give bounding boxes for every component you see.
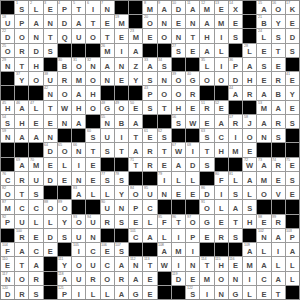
cell-r15c18[interactable]: S	[243, 200, 256, 213]
cell-r9c9[interactable]: B	[115, 115, 128, 128]
cell-r3c4[interactable]: T	[44, 29, 57, 42]
cell-r2c12[interactable]: N	[158, 15, 171, 28]
cell-r17c12[interactable]: L	[158, 229, 171, 242]
cell-r5c3[interactable]: H	[29, 58, 42, 71]
cell-r14c9[interactable]: Y	[115, 186, 128, 199]
cell-r19c16[interactable]: 115H	[215, 257, 228, 270]
cell-r17c20[interactable]: A	[272, 229, 285, 242]
cell-r19c8[interactable]: C	[101, 257, 114, 270]
cell-r4c18[interactable]: 28L	[243, 44, 256, 57]
cell-r21c7[interactable]: L	[86, 286, 99, 299]
cell-r2c11[interactable]: 20O	[143, 15, 156, 28]
cell-r20c3[interactable]: R	[29, 272, 42, 285]
cell-r14c15[interactable]: 86D	[200, 186, 213, 199]
cell-r17c21[interactable]: 103P	[286, 229, 299, 242]
cell-r8c4[interactable]: T	[44, 101, 57, 114]
cell-r16c13[interactable]: 96T	[172, 215, 185, 228]
cell-r20c8[interactable]: O	[101, 272, 114, 285]
cell-r8c13[interactable]: H	[172, 101, 185, 114]
cell-r6c16[interactable]: O	[215, 72, 228, 85]
cell-r17c10[interactable]: 101C	[129, 229, 142, 242]
cell-r17c5[interactable]: S	[58, 229, 71, 242]
cell-r9c5[interactable]: N	[58, 115, 71, 128]
cell-r13c6[interactable]: N	[72, 172, 85, 185]
cell-r5c19[interactable]: S	[257, 58, 270, 71]
cell-r1c20[interactable]: 16O	[272, 1, 285, 14]
cell-r11c15[interactable]: T	[200, 143, 213, 156]
cell-r6c3[interactable]: O	[29, 72, 42, 85]
cell-r14c7[interactable]: L	[86, 186, 99, 199]
cell-r18c19[interactable]: L	[257, 243, 270, 256]
cell-r13c14[interactable]: L	[186, 172, 199, 185]
cell-r17c4[interactable]: D	[44, 229, 57, 242]
cell-r3c8[interactable]: T	[101, 29, 114, 42]
cell-r8c12[interactable]: T	[158, 101, 171, 114]
cell-r7c20[interactable]: B	[272, 86, 285, 99]
cell-r9c4[interactable]: E	[44, 115, 57, 128]
cell-r16c2[interactable]: U	[15, 215, 28, 228]
cell-r7c13[interactable]: O	[172, 86, 185, 99]
cell-r9c16[interactable]: A	[215, 115, 228, 128]
cell-r15c9[interactable]: N	[115, 200, 128, 213]
cell-r11c12[interactable]: T	[158, 143, 171, 156]
cell-r16c17[interactable]: T	[229, 215, 242, 228]
cell-r19c13[interactable]: I	[172, 257, 185, 270]
cell-r1c16[interactable]: 13E	[215, 1, 228, 14]
cell-r14c12[interactable]: N	[158, 186, 171, 199]
cell-r8c11[interactable]: S	[143, 101, 156, 114]
cell-r4c20[interactable]: T	[272, 44, 285, 57]
cell-r13c12[interactable]: 79I	[158, 172, 171, 185]
cell-r21c11[interactable]: E	[143, 286, 156, 299]
cell-r14c6[interactable]: 83A	[72, 186, 85, 199]
cell-r4c16[interactable]: L	[215, 44, 228, 57]
cell-r1c21[interactable]: 17K	[286, 1, 299, 14]
cell-r1c14[interactable]: 11A	[186, 1, 199, 14]
cell-r14c2[interactable]: T	[15, 186, 28, 199]
cell-r18c13[interactable]: M	[172, 243, 185, 256]
cell-r10c8[interactable]: U	[101, 129, 114, 142]
cell-r6c15[interactable]: O	[200, 72, 213, 85]
cell-r19c14[interactable]: N	[186, 257, 199, 270]
cell-r6c4[interactable]: 38U	[44, 72, 57, 85]
cell-r7c5[interactable]: O	[58, 86, 71, 99]
cell-r19c6[interactable]: O	[72, 257, 85, 270]
cell-r6c9[interactable]: E	[115, 72, 128, 85]
cell-r6c20[interactable]: R	[272, 72, 285, 85]
cell-r21c8[interactable]: L	[101, 286, 114, 299]
cell-r21c17[interactable]: G	[229, 286, 242, 299]
cell-r5c9[interactable]: N	[115, 58, 128, 71]
cell-r2c20[interactable]: Y	[272, 15, 285, 28]
cell-r19c11[interactable]: 113T	[143, 257, 156, 270]
cell-r20c18[interactable]: I	[243, 272, 256, 285]
cell-r11c8[interactable]: S	[101, 143, 114, 156]
cell-r13c3[interactable]: U	[29, 172, 42, 185]
cell-r14c16[interactable]: I	[215, 186, 228, 199]
cell-r7c4[interactable]: 42N	[44, 86, 57, 99]
cell-r6c21[interactable]: 41E	[286, 72, 299, 85]
cell-r16c10[interactable]: E	[129, 215, 142, 228]
cell-r18c14[interactable]: I	[186, 243, 199, 256]
cell-r5c5[interactable]: 30B	[58, 58, 71, 71]
cell-r14c17[interactable]: S	[229, 186, 242, 199]
cell-r11c5[interactable]: 65O	[58, 143, 71, 156]
cell-r3c14[interactable]: T	[186, 29, 199, 42]
cell-r6c11[interactable]: S	[143, 72, 156, 85]
cell-r21c9[interactable]: A	[115, 286, 128, 299]
cell-r8c9[interactable]: 49O	[115, 101, 128, 114]
cell-r11c9[interactable]: T	[115, 143, 128, 156]
cell-r17c11[interactable]: A	[143, 229, 156, 242]
cell-r2c1[interactable]: 18U	[1, 15, 14, 28]
cell-r2c7[interactable]: T	[86, 15, 99, 28]
cell-r14c10[interactable]: 84O	[129, 186, 142, 199]
cell-r3c5[interactable]: Q	[58, 29, 71, 42]
cell-r17c3[interactable]: E	[29, 229, 42, 242]
cell-r1c5[interactable]: 4P	[58, 1, 71, 14]
cell-r18c21[interactable]: A	[286, 243, 299, 256]
cell-r2c21[interactable]: E	[286, 15, 299, 28]
cell-r9c2[interactable]: H	[15, 115, 28, 128]
cell-r6c2[interactable]: 37Y	[15, 72, 28, 85]
cell-r13c2[interactable]: R	[15, 172, 28, 185]
cell-r4c15[interactable]: A	[200, 44, 213, 57]
cell-r6c6[interactable]: M	[72, 72, 85, 85]
cell-r12c11[interactable]: R	[143, 158, 156, 171]
cell-r4c8[interactable]: 26M	[101, 44, 114, 57]
cell-r2c6[interactable]: A	[72, 15, 85, 28]
cell-r5c12[interactable]: 34S	[158, 58, 171, 71]
cell-r19c2[interactable]: T	[15, 257, 28, 270]
cell-r4c1[interactable]: 25O	[1, 44, 14, 57]
cell-r1c7[interactable]: 6I	[86, 1, 99, 14]
cell-r20c9[interactable]: R	[115, 272, 128, 285]
cell-r2c16[interactable]: M	[215, 15, 228, 28]
cell-r19c15[interactable]: 114T	[200, 257, 213, 270]
cell-r8c3[interactable]: 47L	[29, 101, 42, 114]
cell-r21c20[interactable]: T	[272, 286, 285, 299]
cell-r16c12[interactable]: 95F	[158, 215, 171, 228]
cell-r7c11[interactable]: 43P	[143, 86, 156, 99]
cell-r3c2[interactable]: O	[15, 29, 28, 42]
cell-r2c3[interactable]: A	[29, 15, 42, 28]
cell-r19c21[interactable]: L	[286, 257, 299, 270]
cell-r16c5[interactable]: Y	[58, 215, 71, 228]
cell-r10c20[interactable]: S	[272, 129, 285, 142]
cell-r13c20[interactable]: E	[272, 172, 285, 185]
cell-r16c4[interactable]: L	[44, 215, 57, 228]
cell-r20c15[interactable]: M	[200, 272, 213, 285]
cell-r11c13[interactable]: 67W	[172, 143, 185, 156]
cell-r15c11[interactable]: C	[143, 200, 156, 213]
cell-r11c10[interactable]: A	[129, 143, 142, 156]
cell-r21c5[interactable]: 121P	[58, 286, 71, 299]
cell-r16c18[interactable]: H	[243, 215, 256, 228]
cell-r15c15[interactable]: 91O	[200, 200, 213, 213]
cell-r14c1[interactable]: 82O	[1, 186, 14, 199]
cell-r12c3[interactable]: 70M	[29, 158, 42, 171]
cell-r10c9[interactable]: I	[115, 129, 128, 142]
cell-r2c4[interactable]: N	[44, 15, 57, 28]
cell-r13c8[interactable]: 77S	[101, 172, 114, 185]
cell-r20c7[interactable]: R	[86, 272, 99, 285]
cell-r5c17[interactable]: 36P	[229, 58, 242, 71]
cell-r17c19[interactable]: 102N	[257, 229, 270, 242]
cell-r1c8[interactable]: 7N	[101, 1, 114, 14]
cell-r10c15[interactable]: 63S	[200, 129, 213, 142]
cell-r19c12[interactable]: W	[158, 257, 171, 270]
cell-r21c6[interactable]: I	[72, 286, 85, 299]
cell-r18c20[interactable]: I	[272, 243, 285, 256]
cell-r21c18[interactable]: L	[243, 286, 256, 299]
cell-r20c11[interactable]: E	[143, 272, 156, 285]
cell-r20c16[interactable]: O	[215, 272, 228, 285]
cell-r13c7[interactable]: E	[86, 172, 99, 185]
cell-r7c14[interactable]: R	[186, 86, 199, 99]
cell-r2c15[interactable]: A	[200, 15, 213, 28]
cell-r9c3[interactable]: E	[29, 115, 42, 128]
cell-r20c5[interactable]: 118A	[58, 272, 71, 285]
cell-r4c21[interactable]: S	[286, 44, 299, 57]
cell-r19c18[interactable]: M	[243, 257, 256, 270]
cell-r10c10[interactable]: T	[129, 129, 142, 142]
cell-r1c3[interactable]: 2L	[29, 1, 42, 14]
cell-r11c17[interactable]: M	[229, 143, 242, 156]
cell-r5c11[interactable]: 33A	[143, 58, 156, 71]
cell-r19c7[interactable]: U	[86, 257, 99, 270]
cell-r8c7[interactable]: O	[86, 101, 99, 114]
cell-r8c16[interactable]: 52E	[215, 101, 228, 114]
cell-r13c19[interactable]: M	[257, 172, 270, 185]
cell-r1c19[interactable]: 15A	[257, 1, 270, 14]
cell-r8c15[interactable]: 51R	[200, 101, 213, 114]
cell-r8c6[interactable]: H	[72, 101, 85, 114]
cell-r7c7[interactable]: H	[86, 86, 99, 99]
cell-r12c2[interactable]: 69A	[15, 158, 28, 171]
cell-r1c6[interactable]: 5T	[72, 1, 85, 14]
cell-r14c8[interactable]: L	[101, 186, 114, 199]
cell-r10c3[interactable]: A	[29, 129, 42, 142]
cell-r9c10[interactable]: A	[129, 115, 142, 128]
cell-r2c14[interactable]: N	[186, 15, 199, 28]
cell-r10c12[interactable]: 62S	[158, 129, 171, 142]
cell-r9c20[interactable]: R	[272, 115, 285, 128]
cell-r8c5[interactable]: W	[58, 101, 71, 114]
cell-r12c5[interactable]: L	[58, 158, 71, 171]
cell-r12c10[interactable]: 71T	[129, 158, 142, 171]
cell-r4c2[interactable]: R	[15, 44, 28, 57]
cell-r4c10[interactable]: A	[129, 44, 142, 57]
cell-r9c15[interactable]: E	[200, 115, 213, 128]
cell-r14c20[interactable]: V	[272, 186, 285, 199]
cell-r8c19[interactable]: 53M	[257, 101, 270, 114]
cell-r8c14[interactable]: E	[186, 101, 199, 114]
cell-r7c19[interactable]: A	[257, 86, 270, 99]
cell-r21c10[interactable]: G	[129, 286, 142, 299]
cell-r3c7[interactable]: O	[86, 29, 99, 42]
cell-r9c14[interactable]: W	[186, 115, 199, 128]
cell-r21c14[interactable]: 122S	[186, 286, 199, 299]
cell-r15c4[interactable]: 88O	[44, 200, 57, 213]
cell-r4c19[interactable]: E	[257, 44, 270, 57]
cell-r18c4[interactable]: E	[44, 243, 57, 256]
cell-r21c3[interactable]: S	[29, 286, 42, 299]
cell-r2c17[interactable]: E	[229, 15, 242, 28]
cell-r16c14[interactable]: 97O	[186, 215, 199, 228]
cell-r4c14[interactable]: E	[186, 44, 199, 57]
cell-r16c19[interactable]: 98E	[257, 215, 270, 228]
cell-r16c7[interactable]: 94U	[86, 215, 99, 228]
cell-r8c21[interactable]: E	[286, 101, 299, 114]
cell-r6c14[interactable]: 40G	[186, 72, 199, 85]
cell-r15c2[interactable]: C	[15, 200, 28, 213]
cell-r10c4[interactable]: N	[44, 129, 57, 142]
cell-r6c19[interactable]: E	[257, 72, 270, 85]
cell-r11c11[interactable]: R	[143, 143, 156, 156]
cell-r14c14[interactable]: E	[186, 186, 199, 199]
cell-r12c13[interactable]: A	[172, 158, 185, 171]
cell-r4c9[interactable]: I	[115, 44, 128, 57]
cell-r3c11[interactable]: E	[143, 29, 156, 42]
cell-r5c15[interactable]: 35L	[200, 58, 213, 71]
cell-r15c3[interactable]: C	[29, 200, 42, 213]
cell-r1c11[interactable]: 8M	[143, 1, 156, 14]
cell-r16c16[interactable]: E	[215, 215, 228, 228]
cell-r21c15[interactable]: I	[200, 286, 213, 299]
cell-r18c1[interactable]: 104F	[1, 243, 14, 256]
cell-r9c19[interactable]: A	[257, 115, 270, 128]
cell-r1c4[interactable]: 3E	[44, 1, 57, 14]
cell-r15c1[interactable]: 87M	[1, 200, 14, 213]
cell-r20c17[interactable]: N	[229, 272, 242, 285]
cell-r19c9[interactable]: A	[115, 257, 128, 270]
cell-r3c15[interactable]: H	[200, 29, 213, 42]
cell-r18c7[interactable]: C	[86, 243, 99, 256]
cell-r6c10[interactable]: Y	[129, 72, 142, 85]
cell-r5c20[interactable]: E	[272, 58, 285, 71]
cell-r2c8[interactable]: E	[101, 15, 114, 28]
cell-r9c21[interactable]: S	[286, 115, 299, 128]
cell-r11c14[interactable]: 68I	[186, 143, 199, 156]
cell-r2c5[interactable]: D	[58, 15, 71, 28]
cell-r5c7[interactable]: 32N	[86, 58, 99, 71]
cell-r18c6[interactable]: 105I	[72, 243, 85, 256]
cell-r14c21[interactable]: E	[286, 186, 299, 199]
cell-r20c2[interactable]: O	[15, 272, 28, 285]
cell-r17c13[interactable]: I	[172, 229, 185, 242]
cell-r6c7[interactable]: O	[86, 72, 99, 85]
cell-r2c19[interactable]: 21B	[257, 15, 270, 28]
cell-r3c10[interactable]: 23M	[129, 29, 142, 42]
cell-r4c3[interactable]: D	[29, 44, 42, 57]
cell-r13c4[interactable]: D	[44, 172, 57, 185]
cell-r20c13[interactable]: 119D	[172, 272, 185, 285]
cell-r14c13[interactable]: E	[172, 186, 185, 199]
cell-r18c2[interactable]: A	[15, 243, 28, 256]
cell-r5c1[interactable]: 29N	[1, 58, 14, 71]
cell-r13c13[interactable]: L	[172, 172, 185, 185]
cell-r20c21[interactable]: L	[286, 272, 299, 285]
cell-r21c2[interactable]: R	[15, 286, 28, 299]
cell-r5c2[interactable]: T	[15, 58, 28, 71]
cell-r5c8[interactable]: A	[101, 58, 114, 71]
cell-r16c11[interactable]: L	[143, 215, 156, 228]
cell-r8c2[interactable]: 46A	[15, 101, 28, 114]
cell-r12c21[interactable]: 75E	[286, 158, 299, 171]
cell-r17c6[interactable]: U	[72, 229, 85, 242]
cell-r19c5[interactable]: 111Y	[58, 257, 71, 270]
cell-r5c16[interactable]: I	[215, 58, 228, 71]
cell-r2c9[interactable]: 19M	[115, 15, 128, 28]
cell-r6c8[interactable]: N	[101, 72, 114, 85]
cell-r11c16[interactable]: H	[215, 143, 228, 156]
cell-r20c20[interactable]: A	[272, 272, 285, 285]
cell-r17c15[interactable]: E	[200, 229, 213, 242]
cell-r21c1[interactable]: 120D	[1, 286, 14, 299]
cell-r8c10[interactable]: 50E	[129, 101, 142, 114]
cell-r9c8[interactable]: 55N	[101, 115, 114, 128]
cell-r2c2[interactable]: P	[15, 15, 28, 28]
cell-r17c14[interactable]: P	[186, 229, 199, 242]
cell-r16c1[interactable]: 92P	[1, 215, 14, 228]
cell-r8c8[interactable]: 48G	[101, 101, 114, 114]
cell-r12c20[interactable]: 74R	[272, 158, 285, 171]
cell-r3c12[interactable]: O	[158, 29, 171, 42]
cell-r16c8[interactable]: R	[101, 215, 114, 228]
cell-r9c18[interactable]: 58J	[243, 115, 256, 128]
cell-r3c16[interactable]: I	[215, 29, 228, 42]
cell-r19c1[interactable]: 110E	[1, 257, 14, 270]
cell-r13c18[interactable]: A	[243, 172, 256, 185]
cell-r13c17[interactable]: 81L	[229, 172, 242, 185]
cell-r21c16[interactable]: N	[215, 286, 228, 299]
cell-r10c1[interactable]: 59N	[1, 129, 14, 142]
cell-r15c8[interactable]: 90U	[101, 200, 114, 213]
cell-r16c9[interactable]: S	[115, 215, 128, 228]
cell-r5c6[interactable]: 31O	[72, 58, 85, 71]
cell-r1c17[interactable]: 14X	[229, 1, 242, 14]
cell-r3c17[interactable]: S	[229, 29, 242, 42]
cell-r16c15[interactable]: G	[200, 215, 213, 228]
cell-r9c17[interactable]: 57R	[229, 115, 242, 128]
cell-r14c19[interactable]: O	[257, 186, 270, 199]
cell-r7c18[interactable]: R	[243, 86, 256, 99]
cell-r8c20[interactable]: A	[272, 101, 285, 114]
cell-r19c10[interactable]: 112N	[129, 257, 142, 270]
cell-r12c15[interactable]: S	[200, 158, 213, 171]
cell-r15c16[interactable]: L	[215, 200, 228, 213]
cell-r11c4[interactable]: 64D	[44, 143, 57, 156]
cell-r5c10[interactable]: Z	[129, 58, 142, 71]
cell-r13c21[interactable]: S	[286, 172, 299, 185]
cell-r13c1[interactable]: 76C	[1, 172, 14, 185]
cell-r18c12[interactable]: 108A	[158, 243, 171, 256]
cell-r9c1[interactable]: 54S	[1, 115, 14, 128]
cell-r3c3[interactable]: N	[29, 29, 42, 42]
cell-r13c9[interactable]: 78S	[115, 172, 128, 185]
cell-r6c5[interactable]: R	[58, 72, 71, 85]
cell-r3c6[interactable]: U	[72, 29, 85, 42]
cell-r12c7[interactable]: E	[86, 158, 99, 171]
cell-r12c19[interactable]: 73A	[257, 158, 270, 171]
cell-r16c3[interactable]: L	[29, 215, 42, 228]
cell-r20c19[interactable]: C	[257, 272, 270, 285]
cell-r10c2[interactable]: A	[15, 129, 28, 142]
cell-r7c21[interactable]: Y	[286, 86, 299, 99]
cell-r13c5[interactable]: E	[58, 172, 71, 185]
cell-r1c2[interactable]: 1S	[15, 1, 28, 14]
